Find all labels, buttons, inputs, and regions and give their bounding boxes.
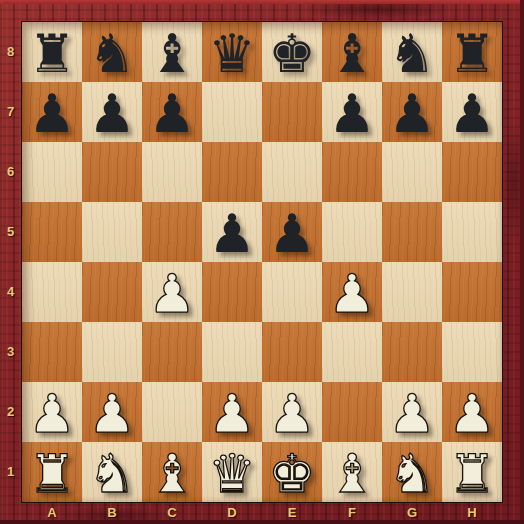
rank-label-1: 1	[0, 442, 21, 502]
square-d8[interactable]: ♛	[202, 22, 262, 82]
square-b6[interactable]	[82, 142, 142, 202]
square-e5[interactable]: ♟	[262, 202, 322, 262]
square-e7[interactable]	[262, 82, 322, 142]
square-a7[interactable]: ♟	[22, 82, 82, 142]
file-label-f: F	[322, 502, 382, 524]
chessboard-frame: ♜♞♝♛♚♝♞♜♟♟♟♟♟♟♟♟♟♟♟♟♟♟♟♟♜♞♝♛♚♝♞♜ 8765432…	[0, 0, 524, 524]
piece-black-pawn[interactable]: ♟	[148, 85, 196, 140]
piece-black-bishop[interactable]: ♝	[148, 25, 196, 80]
piece-white-knight[interactable]: ♞	[388, 445, 436, 500]
square-f3[interactable]	[322, 322, 382, 382]
square-b5[interactable]	[82, 202, 142, 262]
piece-white-king[interactable]: ♚	[268, 445, 316, 500]
piece-black-king[interactable]: ♚	[268, 25, 316, 80]
square-e3[interactable]	[262, 322, 322, 382]
file-label-g: G	[382, 502, 442, 524]
piece-black-pawn[interactable]: ♟	[268, 205, 316, 260]
rank-label-6: 6	[0, 142, 21, 202]
piece-black-knight[interactable]: ♞	[388, 25, 436, 80]
piece-black-pawn[interactable]: ♟	[388, 85, 436, 140]
square-h4[interactable]	[442, 262, 502, 322]
square-a4[interactable]	[22, 262, 82, 322]
square-c1[interactable]: ♝	[142, 442, 202, 502]
piece-white-bishop[interactable]: ♝	[148, 445, 196, 500]
rank-label-7: 7	[0, 82, 21, 142]
square-h1[interactable]: ♜	[442, 442, 502, 502]
square-d5[interactable]: ♟	[202, 202, 262, 262]
piece-black-queen[interactable]: ♛	[208, 25, 256, 80]
piece-white-pawn[interactable]: ♟	[328, 265, 376, 320]
file-label-a: A	[22, 502, 82, 524]
piece-black-pawn[interactable]: ♟	[328, 85, 376, 140]
piece-white-queen[interactable]: ♛	[208, 445, 256, 500]
square-g3[interactable]	[382, 322, 442, 382]
piece-black-rook[interactable]: ♜	[28, 25, 76, 80]
square-h7[interactable]: ♟	[442, 82, 502, 142]
square-c5[interactable]	[142, 202, 202, 262]
file-label-d: D	[202, 502, 262, 524]
piece-black-pawn[interactable]: ♟	[28, 85, 76, 140]
file-label-h: H	[442, 502, 502, 524]
piece-white-pawn[interactable]: ♟	[88, 385, 136, 440]
piece-white-rook[interactable]: ♜	[448, 445, 496, 500]
piece-black-pawn[interactable]: ♟	[88, 85, 136, 140]
chess-board: ♜♞♝♛♚♝♞♜♟♟♟♟♟♟♟♟♟♟♟♟♟♟♟♟♜♞♝♛♚♝♞♜	[21, 21, 503, 503]
square-c6[interactable]	[142, 142, 202, 202]
square-e4[interactable]	[262, 262, 322, 322]
square-b8[interactable]: ♞	[82, 22, 142, 82]
square-a1[interactable]: ♜	[22, 442, 82, 502]
piece-black-bishop[interactable]: ♝	[328, 25, 376, 80]
piece-white-pawn[interactable]: ♟	[148, 265, 196, 320]
square-f5[interactable]	[322, 202, 382, 262]
piece-black-knight[interactable]: ♞	[88, 25, 136, 80]
file-label-e: E	[262, 502, 322, 524]
square-h6[interactable]	[442, 142, 502, 202]
square-g1[interactable]: ♞	[382, 442, 442, 502]
square-g2[interactable]: ♟	[382, 382, 442, 442]
square-g4[interactable]	[382, 262, 442, 322]
square-f1[interactable]: ♝	[322, 442, 382, 502]
square-c2[interactable]	[142, 382, 202, 442]
square-c4[interactable]: ♟	[142, 262, 202, 322]
square-f8[interactable]: ♝	[322, 22, 382, 82]
square-f4[interactable]: ♟	[322, 262, 382, 322]
rank-label-3: 3	[0, 322, 21, 382]
square-d2[interactable]: ♟	[202, 382, 262, 442]
piece-black-pawn[interactable]: ♟	[208, 205, 256, 260]
square-d7[interactable]	[202, 82, 262, 142]
square-e1[interactable]: ♚	[262, 442, 322, 502]
rank-label-5: 5	[0, 202, 21, 262]
square-h2[interactable]: ♟	[442, 382, 502, 442]
square-b3[interactable]	[82, 322, 142, 382]
piece-white-rook[interactable]: ♜	[28, 445, 76, 500]
square-a5[interactable]	[22, 202, 82, 262]
piece-white-bishop[interactable]: ♝	[328, 445, 376, 500]
square-e6[interactable]	[262, 142, 322, 202]
square-g6[interactable]	[382, 142, 442, 202]
square-g8[interactable]: ♞	[382, 22, 442, 82]
frame-top-edge-highlight	[0, 0, 524, 4]
square-a3[interactable]	[22, 322, 82, 382]
rank-label-8: 8	[0, 22, 21, 82]
rank-label-4: 4	[0, 262, 21, 322]
square-h8[interactable]: ♜	[442, 22, 502, 82]
square-c8[interactable]: ♝	[142, 22, 202, 82]
square-f7[interactable]: ♟	[322, 82, 382, 142]
piece-white-pawn[interactable]: ♟	[208, 385, 256, 440]
square-e8[interactable]: ♚	[262, 22, 322, 82]
piece-white-pawn[interactable]: ♟	[28, 385, 76, 440]
piece-white-pawn[interactable]: ♟	[268, 385, 316, 440]
square-d4[interactable]	[202, 262, 262, 322]
file-label-c: C	[142, 502, 202, 524]
square-a8[interactable]: ♜	[22, 22, 82, 82]
square-a2[interactable]: ♟	[22, 382, 82, 442]
piece-white-pawn[interactable]: ♟	[448, 385, 496, 440]
square-d6[interactable]	[202, 142, 262, 202]
square-d1[interactable]: ♛	[202, 442, 262, 502]
square-g5[interactable]	[382, 202, 442, 262]
square-c7[interactable]: ♟	[142, 82, 202, 142]
file-label-b: B	[82, 502, 142, 524]
piece-black-pawn[interactable]: ♟	[448, 85, 496, 140]
square-h5[interactable]	[442, 202, 502, 262]
square-f6[interactable]	[322, 142, 382, 202]
rank-label-2: 2	[0, 382, 21, 442]
square-b4[interactable]	[82, 262, 142, 322]
square-h3[interactable]	[442, 322, 502, 382]
square-d3[interactable]	[202, 322, 262, 382]
piece-black-rook[interactable]: ♜	[448, 25, 496, 80]
frame-right-edge-shadow	[520, 0, 524, 524]
square-b7[interactable]: ♟	[82, 82, 142, 142]
square-b2[interactable]: ♟	[82, 382, 142, 442]
piece-white-pawn[interactable]: ♟	[388, 385, 436, 440]
square-e2[interactable]: ♟	[262, 382, 322, 442]
square-f2[interactable]	[322, 382, 382, 442]
square-g7[interactable]: ♟	[382, 82, 442, 142]
square-b1[interactable]: ♞	[82, 442, 142, 502]
square-a6[interactable]	[22, 142, 82, 202]
square-c3[interactable]	[142, 322, 202, 382]
piece-white-knight[interactable]: ♞	[88, 445, 136, 500]
